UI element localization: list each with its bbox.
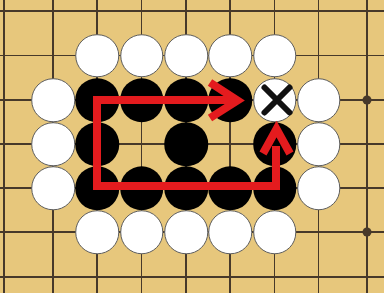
grid-line-horizontal-7 xyxy=(0,276,384,278)
black-stone xyxy=(75,166,119,210)
white-stone xyxy=(120,210,164,254)
white-stone xyxy=(31,78,75,122)
white-stone xyxy=(297,166,341,210)
go-board[interactable] xyxy=(0,0,384,293)
black-stone xyxy=(208,78,252,122)
white-stone xyxy=(75,34,119,78)
grid-line-horizontal-1 xyxy=(0,10,384,12)
black-stone xyxy=(253,166,297,210)
black-stone xyxy=(120,78,164,122)
white-stone xyxy=(75,210,119,254)
white-stone xyxy=(208,210,252,254)
white-stone xyxy=(120,34,164,78)
white-stone xyxy=(253,210,297,254)
white-stone xyxy=(31,122,75,166)
black-stone xyxy=(120,166,164,210)
grid-line-vertical-1 xyxy=(3,0,5,293)
black-stone xyxy=(164,78,208,122)
white-stone xyxy=(31,166,75,210)
white-stone xyxy=(164,210,208,254)
black-stone xyxy=(164,122,208,166)
black-stone xyxy=(75,122,119,166)
white-stone xyxy=(297,78,341,122)
white-stone xyxy=(253,34,297,78)
grid-line-vertical-9 xyxy=(366,0,368,293)
black-stone xyxy=(75,78,119,122)
black-stone xyxy=(164,166,208,210)
star-point xyxy=(363,228,372,237)
black-stone xyxy=(253,122,297,166)
white-stone xyxy=(208,34,252,78)
white-stone xyxy=(297,122,341,166)
black-stone xyxy=(208,166,252,210)
white-stone xyxy=(164,34,208,78)
star-point xyxy=(363,96,372,105)
white-stone-x-marked xyxy=(253,78,297,122)
